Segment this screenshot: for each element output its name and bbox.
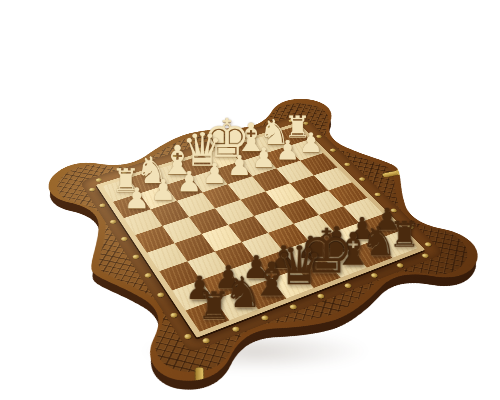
piece-white-pawn-h2: ♟︎	[299, 129, 323, 156]
piece-white-pawn-e2: ♟︎	[227, 152, 252, 180]
piece-white-pawn-b2: ♟︎	[150, 176, 176, 205]
piece-white-pawn-g2: ♟︎	[275, 137, 299, 164]
piece-white-pawn-f2: ♟︎	[251, 144, 276, 171]
piece-white-pawn-d2: ♟︎	[202, 160, 227, 188]
pieces-layer: ♜︎♞︎♝︎♛︎♚︎♝︎♞︎♜︎♟︎♟︎♟︎♟︎♟︎♟︎♟︎♟︎♟︎♟︎♟︎♟︎…	[18, 82, 500, 400]
board-3d-plane: ♜︎♞︎♝︎♛︎♚︎♝︎♞︎♜︎♟︎♟︎♟︎♟︎♟︎♟︎♟︎♟︎♟︎♟︎♟︎♟︎…	[18, 82, 500, 400]
piece-white-pawn-c2: ♟︎	[177, 168, 202, 196]
piece-white-pawn-a2: ♟︎	[124, 184, 150, 213]
photo-stage: ♜︎♞︎♝︎♛︎♚︎♝︎♞︎♜︎♟︎♟︎♟︎♟︎♟︎♟︎♟︎♟︎♟︎♟︎♟︎♟︎…	[0, 0, 500, 400]
piece-black-rook-a8: ♜︎	[197, 288, 231, 325]
